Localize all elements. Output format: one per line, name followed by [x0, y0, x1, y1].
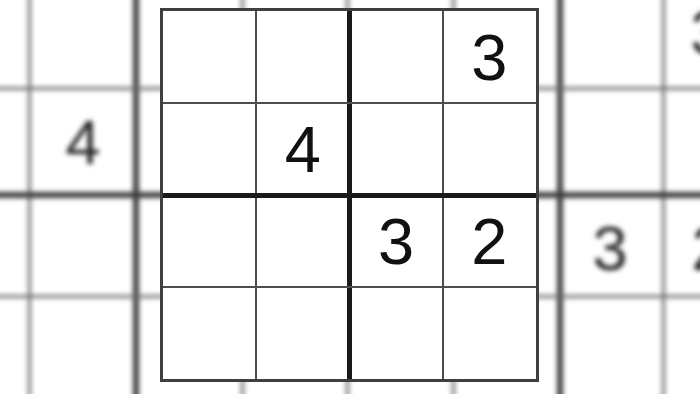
cell-r2c1-empty[interactable]: [163, 103, 256, 195]
background-digit: 2: [691, 217, 700, 280]
cell-r4c1-empty[interactable]: [163, 287, 256, 379]
background-digit: 4: [65, 111, 100, 174]
cell-r4c3-empty[interactable]: [350, 287, 443, 379]
background-digit: 3: [690, 1, 700, 64]
cell-r2c4-empty[interactable]: [443, 103, 536, 195]
cell-grid: 3432: [163, 11, 536, 379]
cell-r3c3-given-3[interactable]: 3: [350, 195, 443, 287]
cell-r3c1-empty[interactable]: [163, 195, 256, 287]
cell-r4c4-empty[interactable]: [443, 287, 536, 379]
cell-r3c2-empty[interactable]: [256, 195, 349, 287]
cell-r4c2-empty[interactable]: [256, 287, 349, 379]
cell-r2c2-given-4[interactable]: 4: [256, 103, 349, 195]
cell-r2c3-empty[interactable]: [350, 103, 443, 195]
cell-r1c1-empty[interactable]: [163, 11, 256, 103]
cell-r1c2-empty[interactable]: [256, 11, 349, 103]
cell-r3c4-given-2[interactable]: 2: [443, 195, 536, 287]
sudoku-screenshot: 4332 3432: [0, 0, 700, 394]
background-digit: 3: [592, 217, 627, 280]
cell-r1c4-given-3[interactable]: 3: [443, 11, 536, 103]
cell-r1c3-empty[interactable]: [350, 11, 443, 103]
sudoku-board: 3432: [160, 8, 539, 382]
